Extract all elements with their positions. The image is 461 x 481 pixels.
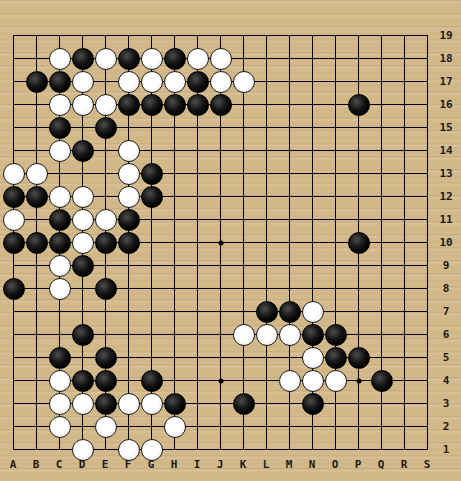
intersection-Q16[interactable] [370,93,393,116]
intersection-F15[interactable] [117,116,140,139]
intersection-L8[interactable] [255,277,278,300]
intersection-L14[interactable] [255,139,278,162]
intersection-D9[interactable] [71,254,94,277]
intersection-A19[interactable] [2,24,25,47]
intersection-K13[interactable] [232,162,255,185]
intersection-O14[interactable] [324,139,347,162]
intersection-R4[interactable] [393,369,416,392]
intersection-Q18[interactable] [370,47,393,70]
intersection-O17[interactable] [324,70,347,93]
intersection-N12[interactable] [301,185,324,208]
intersection-B6[interactable] [25,323,48,346]
intersection-L3[interactable] [255,392,278,415]
intersection-I11[interactable] [186,208,209,231]
intersection-B17[interactable] [25,70,48,93]
intersection-F16[interactable] [117,93,140,116]
intersection-R12[interactable] [393,185,416,208]
intersection-R7[interactable] [393,300,416,323]
intersection-L6[interactable] [255,323,278,346]
intersection-J11[interactable] [209,208,232,231]
intersection-I8[interactable] [186,277,209,300]
intersection-O8[interactable] [324,277,347,300]
intersection-J9[interactable] [209,254,232,277]
intersection-C15[interactable] [48,116,71,139]
intersection-Q12[interactable] [370,185,393,208]
intersection-J13[interactable] [209,162,232,185]
intersection-C18[interactable] [48,47,71,70]
intersection-H16[interactable] [163,93,186,116]
intersection-M16[interactable] [278,93,301,116]
intersection-E11[interactable] [94,208,117,231]
intersection-N4[interactable] [301,369,324,392]
intersection-R16[interactable] [393,93,416,116]
intersection-R9[interactable] [393,254,416,277]
intersection-B12[interactable] [25,185,48,208]
intersection-N8[interactable] [301,277,324,300]
intersection-L2[interactable] [255,415,278,438]
intersection-J15[interactable] [209,116,232,139]
intersection-O15[interactable] [324,116,347,139]
intersection-K10[interactable] [232,231,255,254]
intersection-J12[interactable] [209,185,232,208]
intersection-E9[interactable] [94,254,117,277]
intersection-I14[interactable] [186,139,209,162]
intersection-G6[interactable] [140,323,163,346]
intersection-N2[interactable] [301,415,324,438]
intersection-F2[interactable] [117,415,140,438]
intersection-K11[interactable] [232,208,255,231]
intersection-P8[interactable] [347,277,370,300]
intersection-A17[interactable] [2,70,25,93]
intersection-P5[interactable] [347,346,370,369]
intersection-A15[interactable] [2,116,25,139]
intersection-O18[interactable] [324,47,347,70]
intersection-L16[interactable] [255,93,278,116]
intersection-E15[interactable] [94,116,117,139]
intersection-B5[interactable] [25,346,48,369]
intersection-F17[interactable] [117,70,140,93]
intersection-K14[interactable] [232,139,255,162]
intersection-E8[interactable] [94,277,117,300]
intersection-R6[interactable] [393,323,416,346]
intersection-S18[interactable] [416,47,439,70]
intersection-L7[interactable] [255,300,278,323]
intersection-A2[interactable] [2,415,25,438]
intersection-S5[interactable] [416,346,439,369]
intersection-A6[interactable] [2,323,25,346]
intersection-N15[interactable] [301,116,324,139]
intersection-M14[interactable] [278,139,301,162]
intersection-C14[interactable] [48,139,71,162]
intersection-B4[interactable] [25,369,48,392]
intersection-Q2[interactable] [370,415,393,438]
intersection-L19[interactable] [255,24,278,47]
intersection-K3[interactable] [232,392,255,415]
intersection-M13[interactable] [278,162,301,185]
intersection-D8[interactable] [71,277,94,300]
intersection-N14[interactable] [301,139,324,162]
intersection-K8[interactable] [232,277,255,300]
intersection-A7[interactable] [2,300,25,323]
intersection-C16[interactable] [48,93,71,116]
intersection-D2[interactable] [71,415,94,438]
intersection-I12[interactable] [186,185,209,208]
intersection-H15[interactable] [163,116,186,139]
intersection-H9[interactable] [163,254,186,277]
intersection-P12[interactable] [347,185,370,208]
intersection-S9[interactable] [416,254,439,277]
intersection-M10[interactable] [278,231,301,254]
intersection-A13[interactable] [2,162,25,185]
intersection-J8[interactable] [209,277,232,300]
intersection-I10[interactable] [186,231,209,254]
intersection-G4[interactable] [140,369,163,392]
intersection-N11[interactable] [301,208,324,231]
intersection-H3[interactable] [163,392,186,415]
intersection-C5[interactable] [48,346,71,369]
intersection-K15[interactable] [232,116,255,139]
intersection-G15[interactable] [140,116,163,139]
intersection-S15[interactable] [416,116,439,139]
intersection-L9[interactable] [255,254,278,277]
intersection-O7[interactable] [324,300,347,323]
intersection-M15[interactable] [278,116,301,139]
intersection-S16[interactable] [416,93,439,116]
intersection-D14[interactable] [71,139,94,162]
intersection-R18[interactable] [393,47,416,70]
intersection-N19[interactable] [301,24,324,47]
intersection-S13[interactable] [416,162,439,185]
intersection-K5[interactable] [232,346,255,369]
intersection-D16[interactable] [71,93,94,116]
intersection-M11[interactable] [278,208,301,231]
intersection-I9[interactable] [186,254,209,277]
intersection-S7[interactable] [416,300,439,323]
intersection-M5[interactable] [278,346,301,369]
intersection-P19[interactable] [347,24,370,47]
intersection-K17[interactable] [232,70,255,93]
intersection-G13[interactable] [140,162,163,185]
intersection-N16[interactable] [301,93,324,116]
intersection-H4[interactable] [163,369,186,392]
intersection-H14[interactable] [163,139,186,162]
intersection-A9[interactable] [2,254,25,277]
intersection-P15[interactable] [347,116,370,139]
intersection-F11[interactable] [117,208,140,231]
intersection-D7[interactable] [71,300,94,323]
intersection-E17[interactable] [94,70,117,93]
intersection-O12[interactable] [324,185,347,208]
intersection-P2[interactable] [347,415,370,438]
intersection-N3[interactable] [301,392,324,415]
intersection-M18[interactable] [278,47,301,70]
intersection-L13[interactable] [255,162,278,185]
intersection-P11[interactable] [347,208,370,231]
intersection-H11[interactable] [163,208,186,231]
intersection-R17[interactable] [393,70,416,93]
intersection-G14[interactable] [140,139,163,162]
intersection-J6[interactable] [209,323,232,346]
intersection-D12[interactable] [71,185,94,208]
intersection-Q8[interactable] [370,277,393,300]
intersection-E14[interactable] [94,139,117,162]
intersection-C7[interactable] [48,300,71,323]
intersection-I19[interactable] [186,24,209,47]
intersection-Q13[interactable] [370,162,393,185]
intersection-O11[interactable] [324,208,347,231]
intersection-K12[interactable] [232,185,255,208]
intersection-B15[interactable] [25,116,48,139]
intersection-G8[interactable] [140,277,163,300]
intersection-J19[interactable] [209,24,232,47]
intersection-C3[interactable] [48,392,71,415]
intersection-K19[interactable] [232,24,255,47]
intersection-F10[interactable] [117,231,140,254]
intersection-Q14[interactable] [370,139,393,162]
intersection-L10[interactable] [255,231,278,254]
intersection-E13[interactable] [94,162,117,185]
intersection-G5[interactable] [140,346,163,369]
intersection-P18[interactable] [347,47,370,70]
intersection-F19[interactable] [117,24,140,47]
intersection-F18[interactable] [117,47,140,70]
intersection-P13[interactable] [347,162,370,185]
intersection-O2[interactable] [324,415,347,438]
intersection-B18[interactable] [25,47,48,70]
intersection-C6[interactable] [48,323,71,346]
intersection-G16[interactable] [140,93,163,116]
intersection-C9[interactable] [48,254,71,277]
intersection-C8[interactable] [48,277,71,300]
intersection-H12[interactable] [163,185,186,208]
intersection-K18[interactable] [232,47,255,70]
intersection-R5[interactable] [393,346,416,369]
intersection-D19[interactable] [71,24,94,47]
intersection-D13[interactable] [71,162,94,185]
intersection-M17[interactable] [278,70,301,93]
intersection-C13[interactable] [48,162,71,185]
intersection-Q9[interactable] [370,254,393,277]
intersection-S8[interactable] [416,277,439,300]
intersection-S4[interactable] [416,369,439,392]
intersection-F12[interactable] [117,185,140,208]
intersection-J18[interactable] [209,47,232,70]
intersection-Q6[interactable] [370,323,393,346]
intersection-L12[interactable] [255,185,278,208]
intersection-G9[interactable] [140,254,163,277]
intersection-R3[interactable] [393,392,416,415]
intersection-J7[interactable] [209,300,232,323]
intersection-A12[interactable] [2,185,25,208]
intersection-F7[interactable] [117,300,140,323]
intersection-M19[interactable] [278,24,301,47]
intersection-I16[interactable] [186,93,209,116]
intersection-M12[interactable] [278,185,301,208]
intersection-N18[interactable] [301,47,324,70]
intersection-N6[interactable] [301,323,324,346]
intersection-L11[interactable] [255,208,278,231]
intersection-E16[interactable] [94,93,117,116]
intersection-G11[interactable] [140,208,163,231]
intersection-R13[interactable] [393,162,416,185]
intersection-G17[interactable] [140,70,163,93]
intersection-P17[interactable] [347,70,370,93]
intersection-N13[interactable] [301,162,324,185]
intersection-M3[interactable] [278,392,301,415]
intersection-M7[interactable] [278,300,301,323]
intersection-G7[interactable] [140,300,163,323]
intersection-P7[interactable] [347,300,370,323]
intersection-K6[interactable] [232,323,255,346]
intersection-G10[interactable] [140,231,163,254]
intersection-D17[interactable] [71,70,94,93]
intersection-S10[interactable] [416,231,439,254]
intersection-B16[interactable] [25,93,48,116]
intersection-P6[interactable] [347,323,370,346]
intersection-L18[interactable] [255,47,278,70]
intersection-D10[interactable] [71,231,94,254]
intersection-A4[interactable] [2,369,25,392]
intersection-S17[interactable] [416,70,439,93]
intersection-J2[interactable] [209,415,232,438]
intersection-I6[interactable] [186,323,209,346]
intersection-B2[interactable] [25,415,48,438]
intersection-M8[interactable] [278,277,301,300]
intersection-H2[interactable] [163,415,186,438]
intersection-F13[interactable] [117,162,140,185]
intersection-P10[interactable] [347,231,370,254]
intersection-G2[interactable] [140,415,163,438]
intersection-H5[interactable] [163,346,186,369]
intersection-I4[interactable] [186,369,209,392]
intersection-H7[interactable] [163,300,186,323]
intersection-R19[interactable] [393,24,416,47]
intersection-Q5[interactable] [370,346,393,369]
intersection-K4[interactable] [232,369,255,392]
intersection-D6[interactable] [71,323,94,346]
intersection-K7[interactable] [232,300,255,323]
intersection-M2[interactable] [278,415,301,438]
intersection-N17[interactable] [301,70,324,93]
intersection-P16[interactable] [347,93,370,116]
intersection-N7[interactable] [301,300,324,323]
intersection-C12[interactable] [48,185,71,208]
intersection-G3[interactable] [140,392,163,415]
intersection-S2[interactable] [416,415,439,438]
intersection-C10[interactable] [48,231,71,254]
intersection-H17[interactable] [163,70,186,93]
intersection-B9[interactable] [25,254,48,277]
intersection-B7[interactable] [25,300,48,323]
intersection-N9[interactable] [301,254,324,277]
intersection-B3[interactable] [25,392,48,415]
intersection-C4[interactable] [48,369,71,392]
intersection-A18[interactable] [2,47,25,70]
intersection-I7[interactable] [186,300,209,323]
intersection-J17[interactable] [209,70,232,93]
intersection-L15[interactable] [255,116,278,139]
intersection-B14[interactable] [25,139,48,162]
intersection-Q17[interactable] [370,70,393,93]
intersection-N10[interactable] [301,231,324,254]
intersection-H18[interactable] [163,47,186,70]
intersection-I3[interactable] [186,392,209,415]
intersection-R11[interactable] [393,208,416,231]
intersection-P9[interactable] [347,254,370,277]
intersection-E5[interactable] [94,346,117,369]
intersection-B13[interactable] [25,162,48,185]
intersection-O6[interactable] [324,323,347,346]
intersection-I18[interactable] [186,47,209,70]
intersection-J5[interactable] [209,346,232,369]
intersection-S6[interactable] [416,323,439,346]
intersection-B10[interactable] [25,231,48,254]
intersection-I15[interactable] [186,116,209,139]
intersection-P4[interactable] [347,369,370,392]
intersection-Q7[interactable] [370,300,393,323]
intersection-O5[interactable] [324,346,347,369]
intersection-H10[interactable] [163,231,186,254]
intersection-S3[interactable] [416,392,439,415]
intersection-A11[interactable] [2,208,25,231]
intersection-Q15[interactable] [370,116,393,139]
intersection-N5[interactable] [301,346,324,369]
intersection-L4[interactable] [255,369,278,392]
intersection-M4[interactable] [278,369,301,392]
intersection-J3[interactable] [209,392,232,415]
intersection-L17[interactable] [255,70,278,93]
intersection-J16[interactable] [209,93,232,116]
intersection-R2[interactable] [393,415,416,438]
intersection-E2[interactable] [94,415,117,438]
intersection-O9[interactable] [324,254,347,277]
intersection-E3[interactable] [94,392,117,415]
intersection-S19[interactable] [416,24,439,47]
intersection-A10[interactable] [2,231,25,254]
intersection-O13[interactable] [324,162,347,185]
intersection-K16[interactable] [232,93,255,116]
intersection-H19[interactable] [163,24,186,47]
intersection-A14[interactable] [2,139,25,162]
intersection-F6[interactable] [117,323,140,346]
intersection-H8[interactable] [163,277,186,300]
intersection-S14[interactable] [416,139,439,162]
intersection-A3[interactable] [2,392,25,415]
intersection-C2[interactable] [48,415,71,438]
intersection-D18[interactable] [71,47,94,70]
intersection-S11[interactable] [416,208,439,231]
intersection-F5[interactable] [117,346,140,369]
intersection-B11[interactable] [25,208,48,231]
intersection-C17[interactable] [48,70,71,93]
intersection-E10[interactable] [94,231,117,254]
intersection-A8[interactable] [2,277,25,300]
intersection-O4[interactable] [324,369,347,392]
intersection-O10[interactable] [324,231,347,254]
intersection-A5[interactable] [2,346,25,369]
intersection-G12[interactable] [140,185,163,208]
intersection-G18[interactable] [140,47,163,70]
intersection-E7[interactable] [94,300,117,323]
intersection-O19[interactable] [324,24,347,47]
intersection-A16[interactable] [2,93,25,116]
intersection-M9[interactable] [278,254,301,277]
intersection-F14[interactable] [117,139,140,162]
intersection-D15[interactable] [71,116,94,139]
intersection-E19[interactable] [94,24,117,47]
intersection-D11[interactable] [71,208,94,231]
intersection-F4[interactable] [117,369,140,392]
